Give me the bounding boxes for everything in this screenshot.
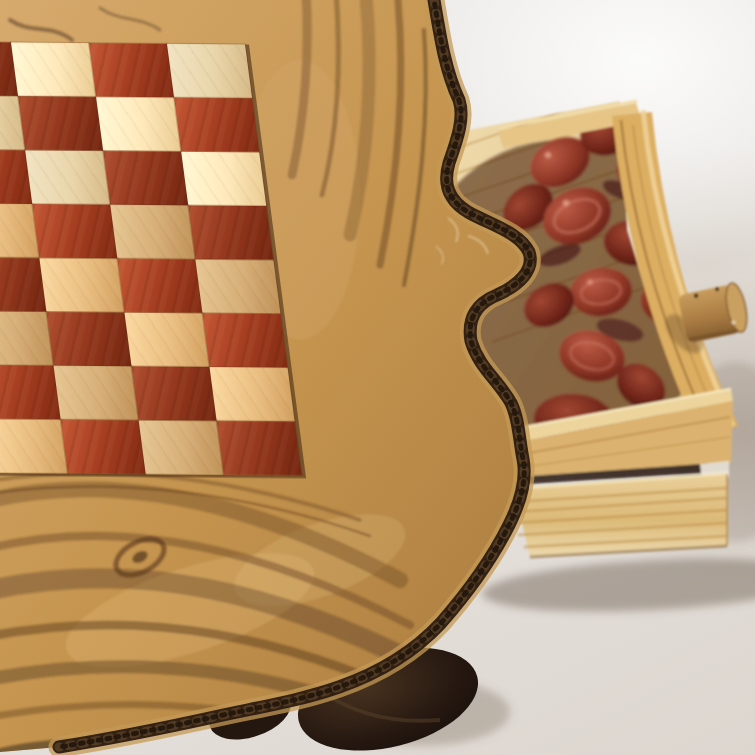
square-r1c6	[11, 42, 96, 97]
square-r8c8	[217, 421, 302, 476]
square-r3c6	[25, 150, 110, 205]
square-r5c7	[117, 259, 202, 314]
square-r3c8	[181, 152, 266, 207]
square-r6c5	[0, 311, 54, 366]
square-r5c8	[195, 259, 280, 314]
square-r2c7	[96, 97, 181, 152]
square-r7c6	[54, 366, 139, 421]
square-r7c8	[210, 367, 295, 422]
drawer-knob	[677, 281, 750, 343]
square-r6c8	[202, 313, 287, 368]
square-r7c7	[132, 366, 217, 421]
square-r4c7	[110, 205, 195, 260]
square-r8c7	[139, 420, 224, 475]
square-r3c7	[103, 151, 188, 206]
square-r6c6	[46, 312, 131, 367]
drawer-shadow	[481, 551, 755, 619]
square-r8c6	[61, 420, 146, 475]
square-r2c8	[174, 98, 259, 153]
square-r1c8	[167, 44, 252, 99]
square-r4c6	[32, 204, 117, 259]
square-r1c7	[89, 43, 174, 98]
square-r5c6	[39, 258, 124, 313]
square-r7c5	[0, 365, 61, 420]
square-r6c7	[124, 313, 209, 368]
square-r2c6	[18, 96, 103, 151]
chess-set-photo	[0, 0, 755, 755]
square-r8c5	[0, 419, 68, 474]
square-r4c8	[188, 205, 273, 260]
